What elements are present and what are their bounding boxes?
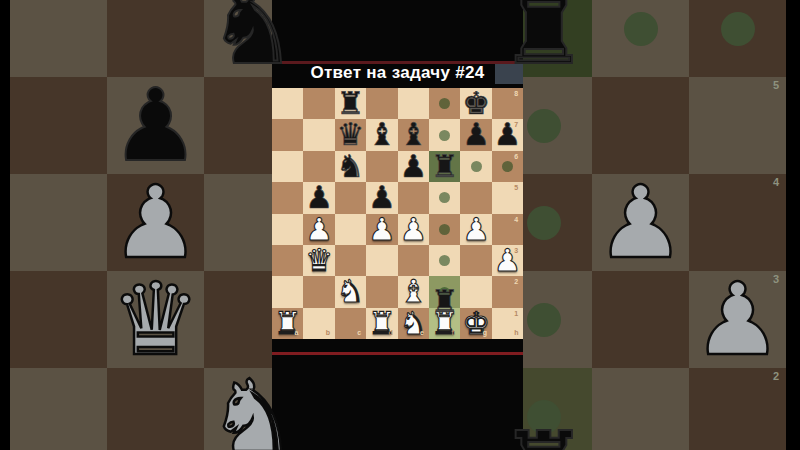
square-a6[interactable] (272, 151, 303, 182)
square-f1[interactable] (429, 308, 460, 339)
square-b5[interactable] (303, 182, 334, 213)
square-h7[interactable] (492, 119, 523, 150)
bg-rank-label-3: 3 (773, 273, 779, 285)
square-h5[interactable] (492, 182, 523, 213)
square-e3[interactable] (398, 245, 429, 276)
square-b8[interactable] (303, 88, 334, 119)
bg-rank-label-5: 5 (773, 79, 779, 91)
square-g7[interactable] (460, 119, 491, 150)
square-c6[interactable] (335, 151, 366, 182)
move-dot-g6 (471, 161, 482, 172)
square-h3[interactable] (492, 245, 523, 276)
square-e4[interactable] (398, 214, 429, 245)
square-h4[interactable] (492, 214, 523, 245)
square-e2[interactable] (398, 276, 429, 307)
square-d2[interactable] (366, 276, 397, 307)
rank-label-2: 2 (514, 278, 518, 285)
square-b6[interactable] (303, 151, 334, 182)
square-g8[interactable] (460, 88, 491, 119)
file-label-e: e (420, 329, 424, 336)
rank-label-6: 6 (514, 153, 518, 160)
square-a4[interactable] (272, 214, 303, 245)
rank-label-4: 4 (514, 216, 518, 223)
square-e6[interactable] (398, 151, 429, 182)
square-c4[interactable] (335, 214, 366, 245)
square-d4[interactable] (366, 214, 397, 245)
square-c5[interactable] (335, 182, 366, 213)
bg-rank-label-2: 2 (773, 370, 779, 382)
square-b3[interactable] (303, 245, 334, 276)
square-d5[interactable] (366, 182, 397, 213)
rank-label-5: 5 (514, 184, 518, 191)
square-f6[interactable] (429, 151, 460, 182)
rank-label-8: 8 (514, 90, 518, 97)
square-a3[interactable] (272, 245, 303, 276)
square-h1[interactable] (492, 308, 523, 339)
square-b2[interactable] (303, 276, 334, 307)
square-h2[interactable] (492, 276, 523, 307)
square-g2[interactable] (460, 276, 491, 307)
file-label-b: b (326, 329, 330, 336)
square-g5[interactable] (460, 182, 491, 213)
square-g4[interactable] (460, 214, 491, 245)
square-d6[interactable] (366, 151, 397, 182)
square-a2[interactable] (272, 276, 303, 307)
square-a1[interactable] (272, 308, 303, 339)
file-label-a: a (294, 329, 298, 336)
move-dot-f7 (439, 130, 450, 141)
chess-board-area: ♜♚♛♝♝♟♟♞♟♜♟♟♟♟♟♟♛♟♞♝♜♜♞♜♜♚87654321abcdef… (0, 0, 800, 450)
move-dot-f4 (439, 224, 450, 235)
file-label-h: h (514, 329, 518, 336)
move-dot-h6 (502, 161, 513, 172)
square-a8[interactable] (272, 88, 303, 119)
rank-label-1: 1 (514, 310, 518, 317)
bg-rank-label-4: 4 (773, 176, 779, 188)
square-b7[interactable] (303, 119, 334, 150)
square-c3[interactable] (335, 245, 366, 276)
square-b4[interactable] (303, 214, 334, 245)
square-e5[interactable] (398, 182, 429, 213)
square-g3[interactable] (460, 245, 491, 276)
square-d7[interactable] (366, 119, 397, 150)
square-e1[interactable] (398, 308, 429, 339)
square-d8[interactable] (366, 88, 397, 119)
main-board: ♜♚♛♝♝♟♟♞♟♜♟♟♟♟♟♟♛♟♞♝♜♜♞♜♜♚87654321abcdef… (272, 88, 523, 339)
square-e7[interactable] (398, 119, 429, 150)
move-dot-f2 (439, 287, 450, 298)
file-label-g: g (483, 329, 487, 336)
square-e8[interactable] (398, 88, 429, 119)
square-a5[interactable] (272, 182, 303, 213)
file-label-f: f (451, 329, 453, 336)
square-a7[interactable] (272, 119, 303, 150)
square-c7[interactable] (335, 119, 366, 150)
square-d3[interactable] (366, 245, 397, 276)
page: ♞♜♟♟♟♛♟♞♜87654321 Ответ на задачу #24 ♜♚… (0, 0, 800, 450)
square-c8[interactable] (335, 88, 366, 119)
square-h8[interactable] (492, 88, 523, 119)
square-c2[interactable] (335, 276, 366, 307)
square-c1[interactable] (335, 308, 366, 339)
rank-label-7: 7 (514, 121, 518, 128)
file-label-d: d (389, 329, 393, 336)
rank-label-3: 3 (514, 247, 518, 254)
file-label-c: c (357, 329, 361, 336)
